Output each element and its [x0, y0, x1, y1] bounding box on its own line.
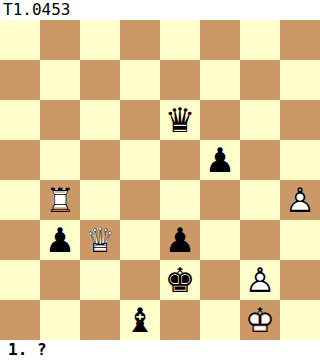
- square-c6[interactable]: [80, 100, 120, 140]
- square-h3[interactable]: [280, 220, 320, 260]
- square-h5[interactable]: [280, 140, 320, 180]
- square-b6[interactable]: [40, 100, 80, 140]
- square-b5[interactable]: [40, 140, 80, 180]
- square-g6[interactable]: [240, 100, 280, 140]
- square-a4[interactable]: [0, 180, 40, 220]
- square-f3[interactable]: [200, 220, 240, 260]
- white-pawn-piece[interactable]: ♟♙: [280, 180, 320, 220]
- white-piece-outline-glyph: ♕: [80, 220, 120, 260]
- square-h1[interactable]: [280, 300, 320, 340]
- black-pawn-piece[interactable]: ♟: [160, 220, 200, 260]
- square-e2[interactable]: ♚: [160, 260, 200, 300]
- square-f5[interactable]: ♟: [200, 140, 240, 180]
- square-f2[interactable]: [200, 260, 240, 300]
- black-piece-glyph: ♟: [160, 220, 200, 260]
- square-e8[interactable]: [160, 20, 200, 60]
- square-a7[interactable]: [0, 60, 40, 100]
- square-f6[interactable]: [200, 100, 240, 140]
- puzzle-id: T1.0453: [0, 0, 320, 20]
- square-d8[interactable]: [120, 20, 160, 60]
- square-d3[interactable]: [120, 220, 160, 260]
- black-queen-piece[interactable]: ♛: [160, 100, 200, 140]
- square-f8[interactable]: [200, 20, 240, 60]
- black-piece-glyph: ♚: [160, 260, 200, 300]
- chess-board: ♛♟♜♖♟♙♟♛♕♟♚♟♙♝♚♔: [0, 20, 320, 340]
- square-c3[interactable]: ♛♕: [80, 220, 120, 260]
- square-e7[interactable]: [160, 60, 200, 100]
- square-f4[interactable]: [200, 180, 240, 220]
- square-h7[interactable]: [280, 60, 320, 100]
- square-e5[interactable]: [160, 140, 200, 180]
- white-queen-piece[interactable]: ♛♕: [80, 220, 120, 260]
- square-g4[interactable]: [240, 180, 280, 220]
- square-c1[interactable]: [80, 300, 120, 340]
- black-piece-glyph: ♟: [200, 140, 240, 180]
- black-bishop-piece[interactable]: ♝: [120, 300, 160, 340]
- black-king-piece[interactable]: ♚: [160, 260, 200, 300]
- white-rook-piece[interactable]: ♜♖: [40, 180, 80, 220]
- square-h6[interactable]: [280, 100, 320, 140]
- black-piece-glyph: ♟: [40, 220, 80, 260]
- square-d1[interactable]: ♝: [120, 300, 160, 340]
- square-d5[interactable]: [120, 140, 160, 180]
- square-f1[interactable]: [200, 300, 240, 340]
- square-c8[interactable]: [80, 20, 120, 60]
- square-g8[interactable]: [240, 20, 280, 60]
- black-pawn-piece[interactable]: ♟: [40, 220, 80, 260]
- square-c2[interactable]: [80, 260, 120, 300]
- square-b8[interactable]: [40, 20, 80, 60]
- black-pawn-piece[interactable]: ♟: [200, 140, 240, 180]
- square-d4[interactable]: [120, 180, 160, 220]
- square-e4[interactable]: [160, 180, 200, 220]
- square-g1[interactable]: ♚♔: [240, 300, 280, 340]
- white-piece-outline-glyph: ♙: [240, 260, 280, 300]
- white-piece-outline-glyph: ♖: [40, 180, 80, 220]
- white-piece-outline-glyph: ♙: [280, 180, 320, 220]
- square-g5[interactable]: [240, 140, 280, 180]
- square-a2[interactable]: [0, 260, 40, 300]
- square-d7[interactable]: [120, 60, 160, 100]
- square-b1[interactable]: [40, 300, 80, 340]
- square-b4[interactable]: ♜♖: [40, 180, 80, 220]
- square-a6[interactable]: [0, 100, 40, 140]
- square-g3[interactable]: [240, 220, 280, 260]
- square-d6[interactable]: [120, 100, 160, 140]
- white-piece-outline-glyph: ♔: [240, 300, 280, 340]
- square-g2[interactable]: ♟♙: [240, 260, 280, 300]
- square-f7[interactable]: [200, 60, 240, 100]
- square-c4[interactable]: [80, 180, 120, 220]
- square-c5[interactable]: [80, 140, 120, 180]
- square-h2[interactable]: [280, 260, 320, 300]
- white-king-piece[interactable]: ♚♔: [240, 300, 280, 340]
- square-a3[interactable]: [0, 220, 40, 260]
- square-a5[interactable]: [0, 140, 40, 180]
- square-b3[interactable]: ♟: [40, 220, 80, 260]
- square-g7[interactable]: [240, 60, 280, 100]
- square-e1[interactable]: [160, 300, 200, 340]
- square-a8[interactable]: [0, 20, 40, 60]
- puzzle-window: T1.0453 ♛♟♜♖♟♙♟♛♕♟♚♟♙♝♚♔ 1. ?: [0, 0, 320, 360]
- square-h8[interactable]: [280, 20, 320, 60]
- square-b7[interactable]: [40, 60, 80, 100]
- move-prompt: 1. ?: [0, 340, 320, 360]
- black-piece-glyph: ♝: [120, 300, 160, 340]
- white-pawn-piece[interactable]: ♟♙: [240, 260, 280, 300]
- square-d2[interactable]: [120, 260, 160, 300]
- black-piece-glyph: ♛: [160, 100, 200, 140]
- square-h4[interactable]: ♟♙: [280, 180, 320, 220]
- square-b2[interactable]: [40, 260, 80, 300]
- square-a1[interactable]: [0, 300, 40, 340]
- square-e6[interactable]: ♛: [160, 100, 200, 140]
- square-e3[interactable]: ♟: [160, 220, 200, 260]
- square-c7[interactable]: [80, 60, 120, 100]
